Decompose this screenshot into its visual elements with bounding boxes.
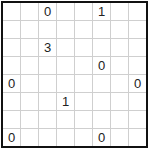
- clue-cell-r1c3: 0: [39, 3, 56, 20]
- grid-cell-r2c5[interactable]: [75, 21, 92, 38]
- grid-cell-r1c5[interactable]: [75, 3, 92, 20]
- grid-cell-r2c4[interactable]: [57, 21, 74, 38]
- grid-cell-r5c5[interactable]: [75, 75, 92, 92]
- grid-cell-r8c3[interactable]: [39, 129, 56, 146]
- grid-cell-r1c8[interactable]: [129, 3, 146, 20]
- clue-cell-r5c8: 0: [129, 75, 146, 92]
- grid-cell-r6c7[interactable]: [111, 93, 128, 110]
- grid-cell-r7c6[interactable]: [93, 111, 110, 128]
- grid-cell-r7c7[interactable]: [111, 111, 128, 128]
- grid-cell-r1c4[interactable]: [57, 3, 74, 20]
- grid-cell-r7c3[interactable]: [39, 111, 56, 128]
- grid-cell-r2c2[interactable]: [21, 21, 38, 38]
- grid-cell-r3c4[interactable]: [57, 39, 74, 56]
- grid-cell-r4c4[interactable]: [57, 57, 74, 74]
- grid-cell-r3c2[interactable]: [21, 39, 38, 56]
- grid-cell-r4c2[interactable]: [21, 57, 38, 74]
- grid-cell-r7c5[interactable]: [75, 111, 92, 128]
- clue-cell-r8c1: 0: [3, 129, 20, 146]
- grid-cell-r3c8[interactable]: [129, 39, 146, 56]
- grid-cell-r8c5[interactable]: [75, 129, 92, 146]
- grid-cell-r4c1[interactable]: [3, 57, 20, 74]
- grid-cell-r5c7[interactable]: [111, 75, 128, 92]
- grid-cell-r1c7[interactable]: [111, 3, 128, 20]
- grid-cell-r2c7[interactable]: [111, 21, 128, 38]
- grid-cell-r8c7[interactable]: [111, 129, 128, 146]
- grid-cell-r2c8[interactable]: [129, 21, 146, 38]
- grid-cell-r7c8[interactable]: [129, 111, 146, 128]
- grid-cell-r8c2[interactable]: [21, 129, 38, 146]
- grid-cell-r1c1[interactable]: [3, 3, 20, 20]
- grid-cell-r7c1[interactable]: [3, 111, 20, 128]
- grid-cell-r4c7[interactable]: [111, 57, 128, 74]
- grid-cell-r2c3[interactable]: [39, 21, 56, 38]
- clue-cell-r1c6: 1: [93, 3, 110, 20]
- grid-cell-r4c8[interactable]: [129, 57, 146, 74]
- puzzle-board: 013000100: [1, 1, 148, 148]
- grid-cell-r5c4[interactable]: [57, 75, 74, 92]
- grid-cell-r4c5[interactable]: [75, 57, 92, 74]
- grid-cell-r6c6[interactable]: [93, 93, 110, 110]
- clue-cell-r8c6: 0: [93, 129, 110, 146]
- clue-cell-r5c1: 0: [3, 75, 20, 92]
- grid-cell-r5c2[interactable]: [21, 75, 38, 92]
- grid-cell-r1c2[interactable]: [21, 3, 38, 20]
- grid-cell-r2c1[interactable]: [3, 21, 20, 38]
- grid-cell-r4c3[interactable]: [39, 57, 56, 74]
- grid-cell-r6c3[interactable]: [39, 93, 56, 110]
- grid-cell-r2c6[interactable]: [93, 21, 110, 38]
- grid-cell-r6c1[interactable]: [3, 93, 20, 110]
- grid-cell-r3c1[interactable]: [3, 39, 20, 56]
- grid-cell-r3c7[interactable]: [111, 39, 128, 56]
- grid-cell-r6c5[interactable]: [75, 93, 92, 110]
- clue-cell-r4c6: 0: [93, 57, 110, 74]
- grid-cell-r6c2[interactable]: [21, 93, 38, 110]
- grid-cell-r8c4[interactable]: [57, 129, 74, 146]
- grid-cell-r5c3[interactable]: [39, 75, 56, 92]
- grid-cell-r7c2[interactable]: [21, 111, 38, 128]
- grid-cell-r3c5[interactable]: [75, 39, 92, 56]
- grid-cell-r5c6[interactable]: [93, 75, 110, 92]
- clue-cell-r6c4: 1: [57, 93, 74, 110]
- grid-cell-r7c4[interactable]: [57, 111, 74, 128]
- clue-cell-r3c3: 3: [39, 39, 56, 56]
- grid-cell-r8c8[interactable]: [129, 129, 146, 146]
- grid-cell-r6c8[interactable]: [129, 93, 146, 110]
- grid-cell-r3c6[interactable]: [93, 39, 110, 56]
